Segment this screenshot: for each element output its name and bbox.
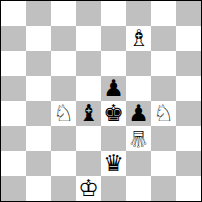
square-f6[interactable] — [126, 51, 151, 76]
square-c6[interactable] — [51, 51, 76, 76]
square-e3[interactable] — [101, 126, 126, 151]
square-d6[interactable] — [76, 51, 101, 76]
square-c5[interactable] — [51, 76, 76, 101]
square-b3[interactable] — [26, 126, 51, 151]
square-d5[interactable] — [76, 76, 101, 101]
square-e7[interactable] — [101, 26, 126, 51]
square-b5[interactable] — [26, 76, 51, 101]
square-h1[interactable] — [176, 176, 201, 201]
square-g3[interactable] — [151, 126, 176, 151]
piece-white-grasshopper: ♕ — [128, 126, 149, 151]
square-b4[interactable] — [26, 101, 51, 126]
square-f8[interactable] — [126, 1, 151, 26]
square-a6[interactable] — [1, 51, 26, 76]
square-d2[interactable] — [76, 151, 101, 176]
square-g6[interactable] — [151, 51, 176, 76]
piece-black-pawn: ♟ — [103, 76, 124, 101]
piece-black-pawn: ♟ — [128, 101, 149, 126]
square-b2[interactable] — [26, 151, 51, 176]
chess-board: ♗♟♘♝♚♟♘♕♛♔ — [0, 0, 202, 202]
piece-white-knight: ♘ — [153, 101, 174, 126]
square-e5[interactable]: ♟ — [101, 76, 126, 101]
piece-white-bishop: ♗ — [128, 26, 149, 51]
square-g2[interactable] — [151, 151, 176, 176]
square-h3[interactable] — [176, 126, 201, 151]
square-b6[interactable] — [26, 51, 51, 76]
square-c4[interactable]: ♘ — [51, 101, 76, 126]
square-d4[interactable]: ♝ — [76, 101, 101, 126]
square-d3[interactable] — [76, 126, 101, 151]
square-f7[interactable]: ♗ — [126, 26, 151, 51]
square-c7[interactable] — [51, 26, 76, 51]
square-g1[interactable] — [151, 176, 176, 201]
square-f1[interactable] — [126, 176, 151, 201]
square-a1[interactable] — [1, 176, 26, 201]
square-f2[interactable] — [126, 151, 151, 176]
square-a2[interactable] — [1, 151, 26, 176]
square-f5[interactable] — [126, 76, 151, 101]
square-e1[interactable] — [101, 176, 126, 201]
piece-black-queen: ♛ — [103, 151, 124, 176]
square-e6[interactable] — [101, 51, 126, 76]
square-h6[interactable] — [176, 51, 201, 76]
square-h2[interactable] — [176, 151, 201, 176]
square-h8[interactable] — [176, 1, 201, 26]
square-c3[interactable] — [51, 126, 76, 151]
square-g7[interactable] — [151, 26, 176, 51]
piece-black-bishop: ♝ — [78, 101, 99, 126]
square-g8[interactable] — [151, 1, 176, 26]
square-f3[interactable]: ♕ — [126, 126, 151, 151]
square-e8[interactable] — [101, 1, 126, 26]
piece-white-king: ♔ — [78, 176, 99, 201]
piece-black-king: ♚ — [103, 101, 124, 126]
square-g4[interactable]: ♘ — [151, 101, 176, 126]
square-h5[interactable] — [176, 76, 201, 101]
square-e4[interactable]: ♚ — [101, 101, 126, 126]
square-d7[interactable] — [76, 26, 101, 51]
square-g5[interactable] — [151, 76, 176, 101]
square-a8[interactable] — [1, 1, 26, 26]
square-c2[interactable] — [51, 151, 76, 176]
square-h7[interactable] — [176, 26, 201, 51]
square-b1[interactable] — [26, 176, 51, 201]
square-b7[interactable] — [26, 26, 51, 51]
square-a4[interactable] — [1, 101, 26, 126]
square-a7[interactable] — [1, 26, 26, 51]
square-f4[interactable]: ♟ — [126, 101, 151, 126]
chess-diagram: ♗♟♘♝♚♟♘♕♛♔ — [0, 0, 202, 202]
square-d8[interactable] — [76, 1, 101, 26]
square-a5[interactable] — [1, 76, 26, 101]
square-a3[interactable] — [1, 126, 26, 151]
square-d1[interactable]: ♔ — [76, 176, 101, 201]
piece-white-knight: ♘ — [53, 101, 74, 126]
square-c1[interactable] — [51, 176, 76, 201]
square-e2[interactable]: ♛ — [101, 151, 126, 176]
square-c8[interactable] — [51, 1, 76, 26]
square-b8[interactable] — [26, 1, 51, 26]
square-h4[interactable] — [176, 101, 201, 126]
